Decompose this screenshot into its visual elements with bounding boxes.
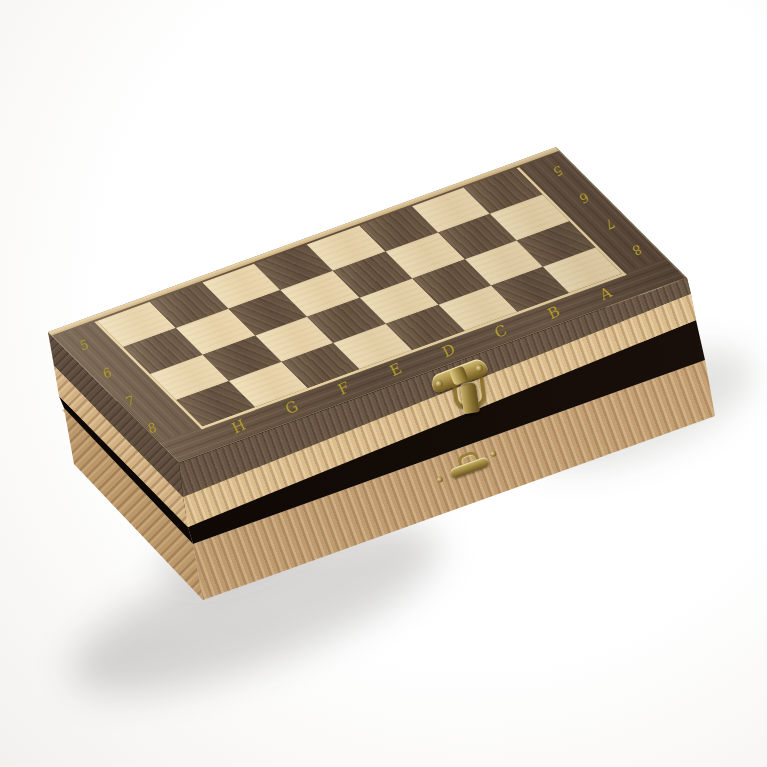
screw-icon: [436, 476, 444, 484]
chess-box-photo: HGFEDCBA56785678: [0, 14, 767, 767]
screw-icon: [489, 450, 497, 458]
screw-icon: [435, 379, 444, 388]
screw-icon: [475, 364, 484, 373]
